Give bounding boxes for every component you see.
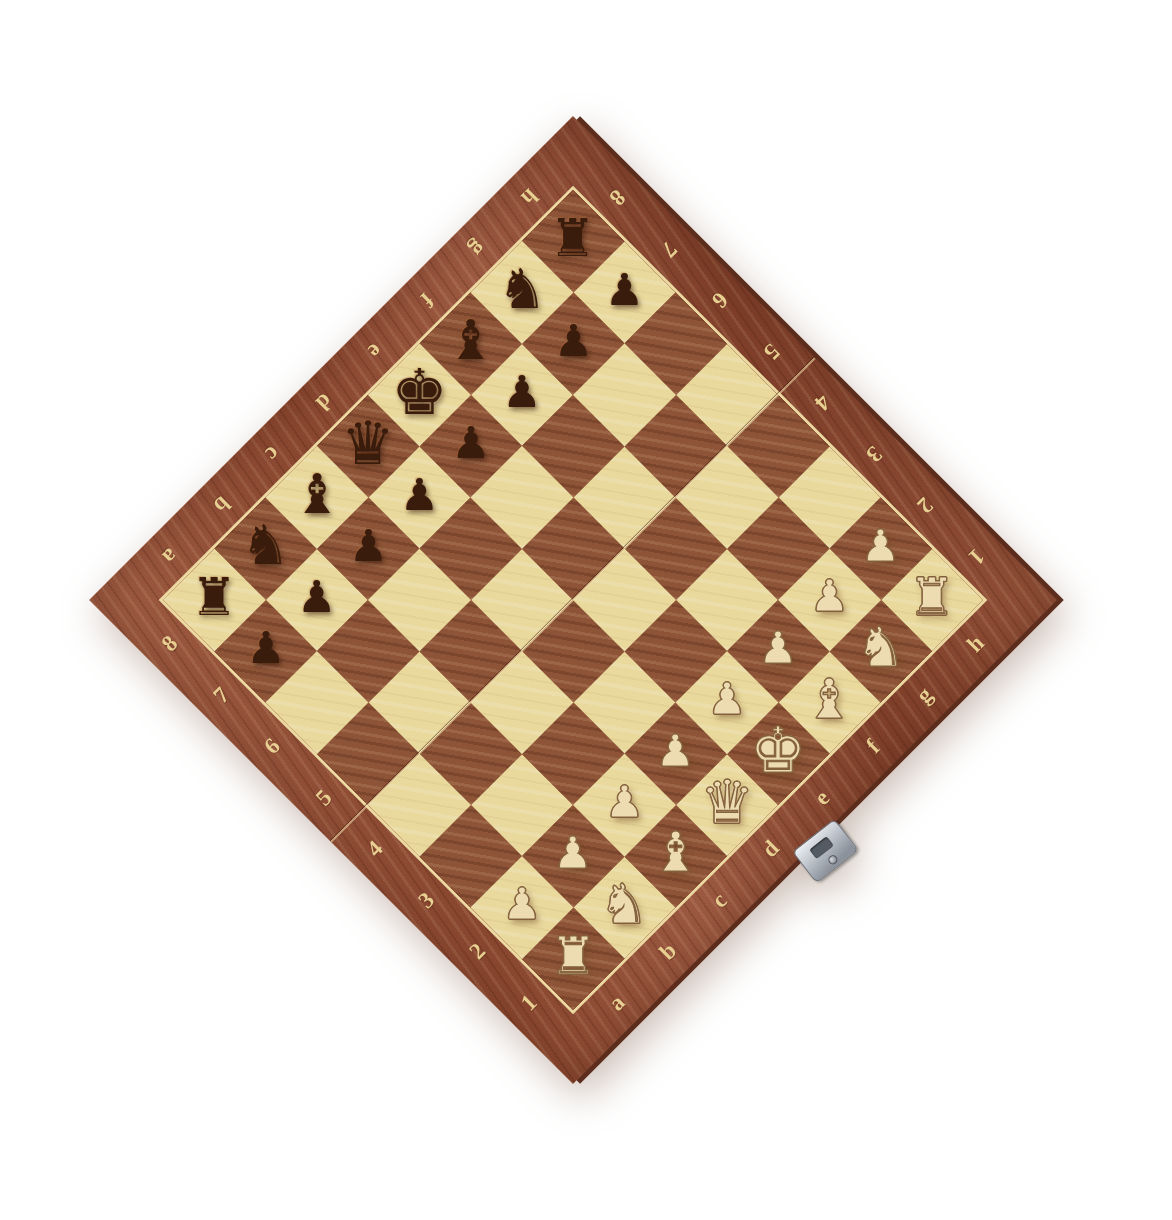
product-photo-scene: abcdefgh abcdefgh 87654321 87654321 ♜♞♝♛…	[0, 0, 1172, 1220]
piece-br-a8[interactable]: ♜	[191, 571, 238, 623]
piece-wb-c1[interactable]: ♝	[651, 826, 700, 881]
piece-bp-c7[interactable]: ♟	[348, 524, 387, 568]
piece-bn-g8[interactable]: ♞	[497, 262, 546, 317]
piece-wr-h1[interactable]: ♜	[909, 571, 956, 623]
piece-bn-b8[interactable]: ♞	[241, 518, 290, 573]
piece-bp-a7[interactable]: ♟	[246, 626, 285, 670]
piece-wp-f2[interactable]: ♟	[758, 626, 797, 670]
piece-bb-c8[interactable]: ♝	[292, 467, 341, 522]
piece-br-h8[interactable]: ♜	[550, 212, 597, 264]
clasp-screw	[827, 853, 840, 866]
piece-wr-a1[interactable]: ♜	[550, 930, 597, 982]
board-rotor: abcdefgh abcdefgh 87654321 87654321 ♜♞♝♛…	[89, 116, 1056, 1083]
piece-bp-g7[interactable]: ♟	[553, 319, 592, 363]
piece-bp-h7[interactable]: ♟	[605, 267, 644, 311]
piece-bp-f7[interactable]: ♟	[502, 370, 541, 414]
piece-bp-e7[interactable]: ♟	[451, 421, 490, 465]
piece-bq-d8[interactable]: ♛	[341, 413, 395, 473]
piece-wb-f1[interactable]: ♝	[805, 672, 854, 727]
piece-bp-d7[interactable]: ♟	[399, 472, 438, 516]
piece-wp-e2[interactable]: ♟	[707, 678, 746, 722]
chess-board: abcdefgh abcdefgh 87654321 87654321 ♜♞♝♛…	[89, 116, 1056, 1083]
piece-wp-a2[interactable]: ♟	[502, 883, 541, 927]
piece-wp-d2[interactable]: ♟	[656, 729, 695, 773]
piece-wp-b2[interactable]: ♟	[553, 831, 592, 875]
piece-wp-h2[interactable]: ♟	[861, 524, 900, 568]
piece-wn-g1[interactable]: ♞	[856, 621, 905, 676]
piece-wq-d1[interactable]: ♛	[700, 772, 754, 832]
piece-wk-e1[interactable]: ♚	[750, 719, 806, 782]
piece-wn-b1[interactable]: ♞	[600, 877, 649, 932]
board-shadow: abcdefgh abcdefgh 87654321 87654321 ♜♞♝♛…	[0, 0, 1172, 1220]
piece-bb-f8[interactable]: ♝	[446, 313, 495, 368]
piece-bp-b7[interactable]: ♟	[297, 575, 336, 619]
piece-bk-e8[interactable]: ♚	[391, 360, 447, 423]
piece-wp-g2[interactable]: ♟	[810, 575, 849, 619]
piece-wp-c2[interactable]: ♟	[605, 780, 644, 824]
